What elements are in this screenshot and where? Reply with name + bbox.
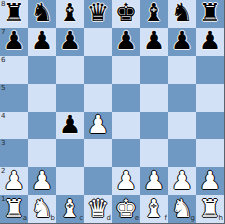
square-g6[interactable]: [168, 56, 196, 84]
square-f4[interactable]: [140, 112, 168, 140]
square-c3[interactable]: [56, 139, 84, 167]
square-e1[interactable]: e♚: [112, 195, 140, 223]
white-pawn[interactable]: ♟: [115, 168, 137, 193]
square-e2[interactable]: ♟: [112, 167, 140, 195]
white-bishop[interactable]: ♝: [59, 196, 81, 221]
square-b6[interactable]: [28, 56, 56, 84]
square-d1[interactable]: d♛: [84, 195, 112, 223]
square-h5[interactable]: [196, 84, 224, 112]
rank-label-3: 3: [1, 140, 5, 147]
square-h2[interactable]: ♟: [196, 167, 224, 195]
square-c7[interactable]: ♟: [56, 28, 84, 56]
black-pawn[interactable]: ♟: [199, 28, 221, 53]
white-pawn[interactable]: ♟: [87, 112, 109, 137]
square-a2[interactable]: 2♟: [0, 167, 28, 195]
square-f1[interactable]: f♝: [140, 195, 168, 223]
square-h6[interactable]: [196, 56, 224, 84]
white-pawn[interactable]: ♟: [143, 168, 165, 193]
square-a4[interactable]: 4: [0, 112, 28, 140]
square-g1[interactable]: g♞: [168, 195, 196, 223]
square-e6[interactable]: [112, 56, 140, 84]
square-b3[interactable]: [28, 139, 56, 167]
square-e7[interactable]: ♟: [112, 28, 140, 56]
square-c6[interactable]: [56, 56, 84, 84]
black-pawn[interactable]: ♟: [171, 28, 193, 53]
square-h3[interactable]: [196, 139, 224, 167]
black-bishop[interactable]: ♝: [143, 0, 165, 25]
black-rook[interactable]: ♜: [199, 0, 221, 25]
square-e8[interactable]: ♚: [112, 0, 140, 28]
square-c1[interactable]: c♝: [56, 195, 84, 223]
square-g4[interactable]: [168, 112, 196, 140]
square-f2[interactable]: ♟: [140, 167, 168, 195]
black-knight[interactable]: ♞: [171, 0, 193, 25]
square-c2[interactable]: [56, 167, 84, 195]
square-b8[interactable]: ♞: [28, 0, 56, 28]
square-h1[interactable]: h♜: [196, 195, 224, 223]
square-d7[interactable]: [84, 28, 112, 56]
square-f3[interactable]: [140, 139, 168, 167]
square-d5[interactable]: [84, 84, 112, 112]
chess-board: 8♜♞♝♛♚♝♞♜7♟♟♟♟♟♟♟654♟♟32♟♟♟♟♟♟1a♜b♞c♝d♛e…: [0, 0, 224, 223]
black-pawn[interactable]: ♟: [59, 112, 81, 137]
square-f7[interactable]: ♟: [140, 28, 168, 56]
square-b5[interactable]: [28, 84, 56, 112]
square-d2[interactable]: [84, 167, 112, 195]
rank-label-5: 5: [1, 85, 5, 92]
white-pawn[interactable]: ♟: [199, 168, 221, 193]
black-pawn[interactable]: ♟: [31, 28, 53, 53]
square-g2[interactable]: ♟: [168, 167, 196, 195]
square-f8[interactable]: ♝: [140, 0, 168, 28]
black-king[interactable]: ♚: [115, 0, 137, 25]
black-knight[interactable]: ♞: [31, 0, 53, 25]
square-a7[interactable]: 7♟: [0, 28, 28, 56]
white-pawn[interactable]: ♟: [31, 168, 53, 193]
square-d4[interactable]: ♟: [84, 112, 112, 140]
black-bishop[interactable]: ♝: [59, 0, 81, 25]
black-queen[interactable]: ♛: [87, 0, 109, 25]
square-g7[interactable]: ♟: [168, 28, 196, 56]
square-e4[interactable]: [112, 112, 140, 140]
square-h4[interactable]: [196, 112, 224, 140]
rank-label-4: 4: [1, 113, 5, 120]
square-a6[interactable]: 6: [0, 56, 28, 84]
black-pawn[interactable]: ♟: [143, 28, 165, 53]
square-a8[interactable]: 8♜: [0, 0, 28, 28]
square-g5[interactable]: [168, 84, 196, 112]
square-b4[interactable]: [28, 112, 56, 140]
square-b2[interactable]: ♟: [28, 167, 56, 195]
square-g3[interactable]: [168, 139, 196, 167]
white-king[interactable]: ♚: [115, 196, 137, 221]
square-h8[interactable]: ♜: [196, 0, 224, 28]
square-d3[interactable]: [84, 139, 112, 167]
square-b1[interactable]: b♞: [28, 195, 56, 223]
square-a3[interactable]: 3: [0, 139, 28, 167]
square-a5[interactable]: 5: [0, 84, 28, 112]
white-knight[interactable]: ♞: [171, 196, 193, 221]
square-c5[interactable]: [56, 84, 84, 112]
square-h7[interactable]: ♟: [196, 28, 224, 56]
square-d8[interactable]: ♛: [84, 0, 112, 28]
square-e5[interactable]: [112, 84, 140, 112]
white-rook[interactable]: ♜: [3, 196, 25, 221]
square-c8[interactable]: ♝: [56, 0, 84, 28]
rank-label-6: 6: [1, 57, 5, 64]
square-e3[interactable]: [112, 139, 140, 167]
white-queen[interactable]: ♛: [87, 196, 109, 221]
black-pawn[interactable]: ♟: [3, 28, 25, 53]
square-b7[interactable]: ♟: [28, 28, 56, 56]
black-pawn[interactable]: ♟: [59, 28, 81, 53]
square-g8[interactable]: ♞: [168, 0, 196, 28]
square-d6[interactable]: [84, 56, 112, 84]
white-rook[interactable]: ♜: [199, 196, 221, 221]
white-bishop[interactable]: ♝: [143, 196, 165, 221]
chess-board-frame: 8♜♞♝♛♚♝♞♜7♟♟♟♟♟♟♟654♟♟32♟♟♟♟♟♟1a♜b♞c♝d♛e…: [0, 0, 225, 224]
white-pawn[interactable]: ♟: [171, 168, 193, 193]
white-pawn[interactable]: ♟: [3, 168, 25, 193]
square-c4[interactable]: ♟: [56, 112, 84, 140]
square-f5[interactable]: [140, 84, 168, 112]
square-f6[interactable]: [140, 56, 168, 84]
black-rook[interactable]: ♜: [3, 0, 25, 25]
white-knight[interactable]: ♞: [31, 196, 53, 221]
black-pawn[interactable]: ♟: [115, 28, 137, 53]
square-a1[interactable]: 1a♜: [0, 195, 28, 223]
